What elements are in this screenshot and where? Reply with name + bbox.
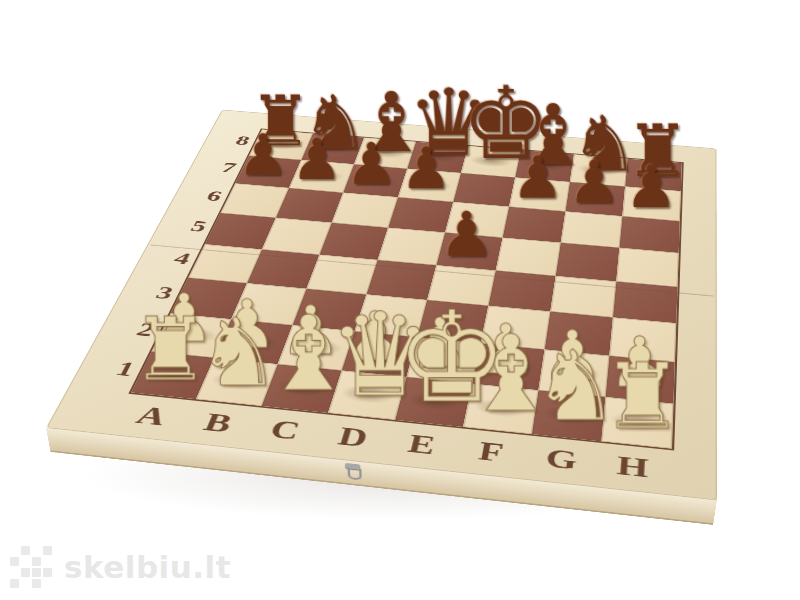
skelbiu-logo-icon	[10, 546, 52, 588]
white-rook-glyph: ♜	[131, 306, 198, 393]
black-pawn: ♟	[565, 182, 625, 216]
black-pawn-glyph: ♟	[235, 127, 290, 184]
black-pawn: ♟	[509, 178, 570, 212]
white-bishop: ♝	[463, 384, 538, 434]
white-king-glyph: ♚	[395, 295, 464, 421]
white-knight: ♞	[532, 390, 606, 441]
black-king-glyph: ♚	[461, 74, 515, 174]
chess-board: ♜♞♝♛♚♝♞♜♟♟♟♟♟♟♟♟♟♟♟♟♟♟♟♟♜♞♝♛♚♝♞♜ 8765432…	[46, 110, 717, 501]
white-king: ♚	[395, 377, 472, 427]
watermark: skelbiu.lt	[10, 546, 231, 588]
black-pawn-glyph: ♟	[289, 131, 344, 188]
black-pawn-glyph: ♟	[509, 149, 565, 207]
white-knight-glyph: ♞	[196, 305, 263, 399]
black-pawn: ♟	[622, 187, 681, 222]
metal-clasp	[345, 463, 362, 482]
black-pawn-glyph: ♟	[398, 140, 454, 198]
black-pawn-glyph: ♟	[623, 158, 680, 217]
white-rook: ♜	[601, 397, 673, 449]
black-pawn-glyph: ♟	[566, 153, 623, 212]
black-pawn-glyph: ♟	[343, 136, 399, 193]
white-knight-glyph: ♞	[532, 338, 601, 435]
product-photo: ♜♞♝♛♚♝♞♜♟♟♟♟♟♟♟♟♟♟♟♟♟♟♟♟♜♞♝♛♚♝♞♜ 8765432…	[0, 0, 800, 600]
white-rook-glyph: ♜	[602, 351, 672, 442]
watermark-text: skelbiu.lt	[64, 549, 231, 585]
white-queen-glyph: ♛	[328, 298, 396, 414]
black-pawn-glyph: ♟	[437, 204, 497, 266]
white-bishop-glyph: ♝	[463, 322, 532, 428]
white-bishop-glyph: ♝	[262, 303, 330, 407]
black-pawn: ♟	[436, 233, 502, 271]
